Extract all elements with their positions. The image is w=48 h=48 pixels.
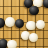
- black-stone[interactable]: [43, 0, 48, 8]
- black-stone[interactable]: [29, 6, 39, 16]
- white-stone[interactable]: [7, 40, 17, 48]
- white-stone[interactable]: [29, 33, 39, 43]
- black-stone[interactable]: [15, 19, 25, 29]
- black-stone[interactable]: [0, 18, 5, 28]
- go-board[interactable]: [0, 0, 48, 48]
- white-stone[interactable]: [36, 20, 46, 30]
- white-stone[interactable]: [26, 21, 36, 31]
- white-stone[interactable]: [5, 17, 15, 27]
